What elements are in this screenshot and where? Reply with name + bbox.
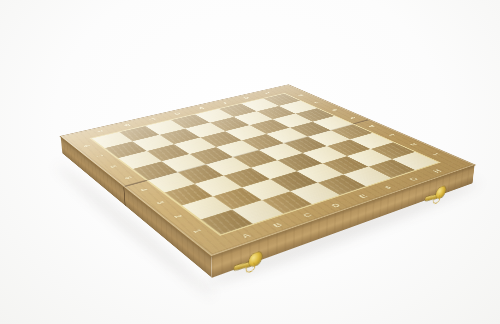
fold-seam-right-frame [352,119,369,124]
fold-seam-left-frame [124,180,148,187]
square-d1[interactable] [290,183,339,204]
fold-seam-notch [123,186,125,206]
chess-board: AABBCCDDEEFFGGHH1122334455667788 [59,84,476,256]
brass-clasp-left [234,248,265,277]
brass-clasp-right [425,183,448,207]
photo-background: AABBCCDDEEFFGGHH1122334455667788 [0,0,500,324]
